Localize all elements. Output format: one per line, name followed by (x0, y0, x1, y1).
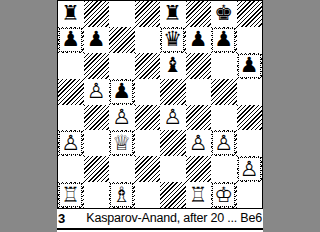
caption-bar: 3 Kasparov-Anand, after 20 ... Be6 (57, 209, 263, 227)
piece-black-pawn: ♟ (187, 28, 210, 52)
chess-diagram: ♜♜♚♟♟♛♟♟♝♟♙♟♙♙♙♕♙♙♙♖♗♖♔ 3 Kasparov-Anand… (57, 0, 263, 232)
piece-white-king: ♔ (212, 183, 235, 207)
square-h3[interactable] (237, 130, 263, 156)
square-b5[interactable]: ♙ (84, 79, 110, 105)
square-h1[interactable] (237, 182, 263, 208)
square-d3[interactable] (135, 130, 161, 156)
square-f3[interactable]: ♙ (186, 130, 212, 156)
piece-black-pawn: ♟ (59, 28, 82, 52)
piece-black-pawn: ♟ (110, 80, 133, 104)
square-g6[interactable] (211, 53, 237, 79)
square-b7[interactable]: ♟ (84, 27, 110, 53)
square-e7[interactable]: ♛ (160, 27, 186, 53)
piece-white-pawn: ♙ (85, 80, 108, 104)
square-c6[interactable] (109, 53, 135, 79)
square-c2[interactable] (109, 156, 135, 182)
piece-white-pawn: ♙ (161, 105, 184, 129)
square-h4[interactable] (237, 105, 263, 131)
square-b2[interactable] (84, 156, 110, 182)
square-g2[interactable] (211, 156, 237, 182)
piece-white-queen: ♕ (110, 131, 133, 155)
square-f4[interactable] (186, 105, 212, 131)
square-f5[interactable] (186, 79, 212, 105)
square-d8[interactable] (135, 1, 161, 27)
square-e5[interactable] (160, 79, 186, 105)
square-g5[interactable] (211, 79, 237, 105)
square-a1[interactable]: ♖ (58, 182, 84, 208)
square-g7[interactable]: ♟ (211, 27, 237, 53)
square-h7[interactable] (237, 27, 263, 53)
piece-black-pawn: ♟ (212, 28, 235, 52)
square-d7[interactable] (135, 27, 161, 53)
square-g3[interactable]: ♙ (211, 130, 237, 156)
square-h6[interactable]: ♟ (237, 53, 263, 79)
piece-black-rook: ♜ (59, 2, 82, 26)
square-f1[interactable]: ♖ (186, 182, 212, 208)
piece-black-bishop: ♝ (161, 54, 184, 78)
square-b3[interactable] (84, 130, 110, 156)
piece-black-queen: ♛ (161, 28, 184, 52)
square-f7[interactable]: ♟ (186, 27, 212, 53)
square-h8[interactable] (237, 1, 263, 27)
piece-white-bishop: ♗ (110, 183, 133, 207)
square-b1[interactable] (84, 182, 110, 208)
square-c3[interactable]: ♕ (109, 130, 135, 156)
square-f8[interactable] (186, 1, 212, 27)
diagram-number: 3 (58, 211, 65, 226)
square-e4[interactable]: ♙ (160, 105, 186, 131)
piece-black-pawn: ♟ (238, 54, 261, 78)
piece-black-rook: ♜ (161, 2, 184, 26)
square-e1[interactable] (160, 182, 186, 208)
square-d2[interactable] (135, 156, 161, 182)
square-a8[interactable]: ♜ (58, 1, 84, 27)
piece-white-pawn: ♙ (238, 157, 261, 181)
piece-white-pawn: ♙ (212, 131, 235, 155)
piece-white-pawn: ♙ (110, 105, 133, 129)
square-b4[interactable] (84, 105, 110, 131)
square-a3[interactable]: ♙ (58, 130, 84, 156)
square-e2[interactable] (160, 156, 186, 182)
square-g4[interactable] (211, 105, 237, 131)
square-d1[interactable] (135, 182, 161, 208)
square-b8[interactable] (84, 1, 110, 27)
piece-white-pawn: ♙ (59, 131, 82, 155)
square-c7[interactable] (109, 27, 135, 53)
square-a6[interactable] (58, 53, 84, 79)
square-d6[interactable] (135, 53, 161, 79)
square-a5[interactable] (58, 79, 84, 105)
square-g8[interactable]: ♚ (211, 1, 237, 27)
square-h2[interactable]: ♙ (237, 156, 263, 182)
caption-text: Kasparov-Anand, after 20 ... Be6 (86, 211, 262, 225)
square-e6[interactable]: ♝ (160, 53, 186, 79)
square-a7[interactable]: ♟ (58, 27, 84, 53)
square-c4[interactable]: ♙ (109, 105, 135, 131)
piece-black-king: ♚ (212, 2, 235, 26)
square-d4[interactable] (135, 105, 161, 131)
piece-black-pawn: ♟ (85, 28, 108, 52)
square-h5[interactable] (237, 79, 263, 105)
square-b6[interactable] (84, 53, 110, 79)
square-c8[interactable] (109, 1, 135, 27)
square-c1[interactable]: ♗ (109, 182, 135, 208)
square-g1[interactable]: ♔ (211, 182, 237, 208)
chess-board: ♜♜♚♟♟♛♟♟♝♟♙♟♙♙♙♕♙♙♙♖♗♖♔ (57, 0, 263, 209)
square-e8[interactable]: ♜ (160, 1, 186, 27)
square-d5[interactable] (135, 79, 161, 105)
bottom-rule (57, 228, 263, 230)
piece-white-pawn: ♙ (187, 131, 210, 155)
square-e3[interactable] (160, 130, 186, 156)
square-f2[interactable] (186, 156, 212, 182)
square-c5[interactable]: ♟ (109, 79, 135, 105)
piece-white-rook: ♖ (187, 183, 210, 207)
square-a4[interactable] (58, 105, 84, 131)
piece-white-rook: ♖ (59, 183, 82, 207)
square-f6[interactable] (186, 53, 212, 79)
square-a2[interactable] (58, 156, 84, 182)
